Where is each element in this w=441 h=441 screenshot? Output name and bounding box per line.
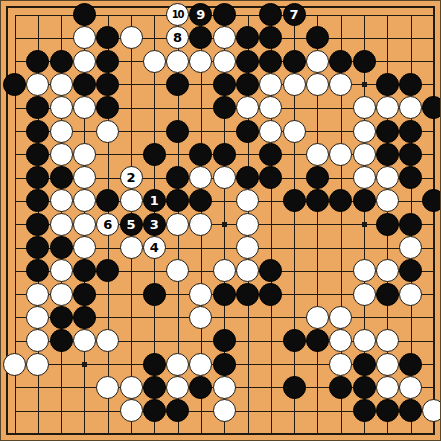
star-point xyxy=(222,222,227,227)
stone xyxy=(306,306,329,329)
stone xyxy=(399,143,422,166)
stone xyxy=(376,120,399,143)
stone xyxy=(189,283,212,306)
stone xyxy=(213,376,236,399)
stone xyxy=(143,376,166,399)
stone xyxy=(376,353,399,376)
stone xyxy=(50,329,73,352)
grid-line-v xyxy=(434,15,435,435)
stone xyxy=(50,96,73,119)
stone xyxy=(353,166,376,189)
stone xyxy=(353,259,376,282)
move-number-label: 3 xyxy=(150,218,159,231)
stone xyxy=(306,73,329,96)
stone xyxy=(353,283,376,306)
stone xyxy=(96,376,119,399)
stone xyxy=(166,213,189,236)
stone xyxy=(50,73,73,96)
stone xyxy=(189,213,212,236)
stone xyxy=(213,96,236,119)
stone xyxy=(213,259,236,282)
stone xyxy=(50,306,73,329)
stone xyxy=(166,353,189,376)
stone xyxy=(259,120,282,143)
move-number-label: 4 xyxy=(150,241,159,254)
stone xyxy=(376,143,399,166)
stone xyxy=(3,353,26,376)
stone xyxy=(50,50,73,73)
stone xyxy=(353,143,376,166)
stone xyxy=(73,213,96,236)
grid-line-h xyxy=(15,434,435,435)
stone xyxy=(236,120,259,143)
stone xyxy=(236,166,259,189)
stone xyxy=(213,329,236,352)
stone xyxy=(50,189,73,212)
star-point xyxy=(82,362,87,367)
stone xyxy=(399,213,422,236)
stone xyxy=(166,50,189,73)
numbered-stone-7: 7 xyxy=(283,3,306,26)
stone xyxy=(73,306,96,329)
stone xyxy=(96,73,119,96)
stone xyxy=(399,353,422,376)
stone xyxy=(26,353,49,376)
numbered-stone-2: 2 xyxy=(120,166,143,189)
stone xyxy=(213,26,236,49)
stone xyxy=(236,236,259,259)
stone xyxy=(376,73,399,96)
stone xyxy=(50,236,73,259)
stone xyxy=(259,143,282,166)
stone xyxy=(376,259,399,282)
stone xyxy=(283,50,306,73)
stone xyxy=(376,376,399,399)
stone xyxy=(329,73,352,96)
numbered-stone-10: 10 xyxy=(166,3,189,26)
move-number-label: 10 xyxy=(172,10,184,20)
numbered-stone-5: 5 xyxy=(120,213,143,236)
stone xyxy=(306,329,329,352)
stone xyxy=(399,283,422,306)
stone xyxy=(50,143,73,166)
stone xyxy=(213,73,236,96)
stone xyxy=(329,353,352,376)
stone xyxy=(329,306,352,329)
stone xyxy=(166,376,189,399)
stone xyxy=(50,120,73,143)
stone xyxy=(399,73,422,96)
stone xyxy=(189,50,212,73)
stone xyxy=(213,399,236,422)
stone xyxy=(166,73,189,96)
stone xyxy=(50,259,73,282)
stone xyxy=(26,283,49,306)
stone xyxy=(73,143,96,166)
move-number-label: 6 xyxy=(103,218,112,231)
stone xyxy=(329,50,352,73)
stone xyxy=(353,96,376,119)
stone xyxy=(353,120,376,143)
stone xyxy=(376,96,399,119)
stone xyxy=(120,399,143,422)
stone xyxy=(353,50,376,73)
stone xyxy=(26,50,49,73)
numbered-stone-4: 4 xyxy=(143,236,166,259)
stone xyxy=(166,120,189,143)
stone xyxy=(213,353,236,376)
stone xyxy=(73,236,96,259)
move-number-label: 1 xyxy=(150,194,159,207)
stone xyxy=(73,73,96,96)
stone xyxy=(73,96,96,119)
stone xyxy=(143,399,166,422)
stone xyxy=(236,213,259,236)
stone xyxy=(213,143,236,166)
stone xyxy=(50,283,73,306)
stone xyxy=(96,120,119,143)
move-number-label: 9 xyxy=(196,8,205,21)
stone xyxy=(376,283,399,306)
stone xyxy=(73,283,96,306)
stone xyxy=(120,376,143,399)
stone xyxy=(306,50,329,73)
stone xyxy=(143,143,166,166)
stone xyxy=(236,73,259,96)
stone xyxy=(120,26,143,49)
stone xyxy=(120,236,143,259)
stone xyxy=(73,329,96,352)
stone xyxy=(353,376,376,399)
stone xyxy=(353,329,376,352)
star-point xyxy=(362,82,367,87)
stone xyxy=(143,50,166,73)
stone xyxy=(213,50,236,73)
move-number-label: 2 xyxy=(126,171,135,184)
stone xyxy=(353,353,376,376)
stone xyxy=(73,166,96,189)
stone xyxy=(283,189,306,212)
move-number-label: 5 xyxy=(126,218,135,231)
stone xyxy=(376,399,399,422)
go-board: 10978216534 xyxy=(0,0,441,441)
stone xyxy=(283,329,306,352)
stone xyxy=(283,376,306,399)
stone xyxy=(213,166,236,189)
stone xyxy=(26,120,49,143)
stone xyxy=(306,143,329,166)
move-number-label: 8 xyxy=(173,31,182,44)
stone xyxy=(376,166,399,189)
stone xyxy=(259,50,282,73)
stone xyxy=(399,120,422,143)
stone xyxy=(26,213,49,236)
stone xyxy=(283,73,306,96)
stone xyxy=(422,399,441,422)
stone xyxy=(213,3,236,26)
stone xyxy=(50,213,73,236)
stone xyxy=(50,166,73,189)
stone xyxy=(376,213,399,236)
stone xyxy=(329,376,352,399)
stone xyxy=(422,189,441,212)
stone xyxy=(120,189,143,212)
stone xyxy=(376,329,399,352)
numbered-stone-3: 3 xyxy=(143,213,166,236)
stone xyxy=(236,50,259,73)
stone xyxy=(96,50,119,73)
stone xyxy=(399,236,422,259)
stone xyxy=(73,50,96,73)
move-number-label: 7 xyxy=(290,8,299,21)
stone xyxy=(236,283,259,306)
stone xyxy=(306,166,329,189)
numbered-stone-6: 6 xyxy=(96,213,119,236)
stone xyxy=(353,399,376,422)
stone xyxy=(353,189,376,212)
stone xyxy=(143,283,166,306)
stone xyxy=(73,3,96,26)
stone xyxy=(329,143,352,166)
stone xyxy=(213,283,236,306)
stone xyxy=(259,283,282,306)
star-point xyxy=(362,222,367,227)
stone xyxy=(189,353,212,376)
stone xyxy=(143,353,166,376)
stone xyxy=(26,143,49,166)
stone xyxy=(3,73,26,96)
stone xyxy=(422,96,441,119)
stone xyxy=(283,120,306,143)
stone xyxy=(399,376,422,399)
